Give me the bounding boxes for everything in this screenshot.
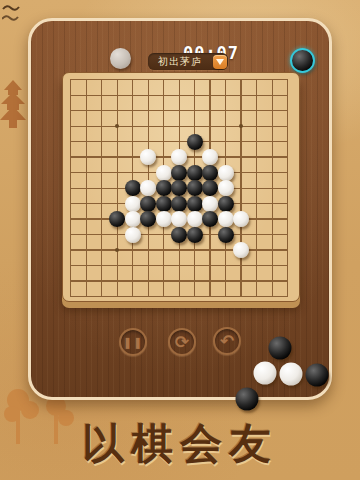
white-board-stone: [140, 180, 156, 196]
dropdown-arrow-button[interactable]: [213, 55, 227, 69]
black-board-stone: [156, 196, 172, 212]
pause-icon: ❚❚: [123, 336, 143, 349]
black-board-stone: [202, 165, 218, 181]
board-gridlines: [70, 79, 288, 297]
black-board-stone: [187, 180, 203, 196]
white-board-stone: [140, 149, 156, 165]
white-board-stone: [233, 242, 249, 258]
white-board-stone: [125, 227, 141, 243]
white-board-stone: [125, 211, 141, 227]
black-board-stone: [218, 227, 234, 243]
black-board-stone: [171, 227, 187, 243]
black-board-stone: [156, 180, 172, 196]
squiggle-decoration: [2, 3, 28, 25]
white-board-stone: [156, 165, 172, 181]
undo-button[interactable]: ↶: [213, 327, 241, 355]
star-point: [115, 124, 119, 128]
game-panel: 00:07 初出茅庐 ❚❚ ⟳ ↶: [28, 18, 332, 400]
black-board-stone: [202, 180, 218, 196]
decorative-white-stone: [254, 362, 277, 385]
white-board-stone: [171, 211, 187, 227]
stone-grid[interactable]: [63, 72, 296, 305]
black-board-stone: [202, 211, 218, 227]
page-title: 以棋会友: [0, 416, 360, 472]
star-point: [239, 124, 243, 128]
gomoku-board[interactable]: [62, 72, 300, 302]
white-board-stone: [218, 165, 234, 181]
black-board-stone: [171, 180, 187, 196]
app-screen: 00:07 初出茅庐 ❚❚ ⟳ ↶ 以棋会友: [0, 0, 360, 480]
difficulty-label: 初出茅庐: [148, 53, 212, 70]
black-player-stone-indicator-active: [290, 48, 315, 73]
white-board-stone: [218, 180, 234, 196]
decorative-black-stone: [306, 364, 329, 387]
restart-button[interactable]: ⟳: [168, 328, 196, 356]
decorative-white-stone: [280, 363, 303, 386]
black-board-stone: [171, 165, 187, 181]
decorative-black-stone: [269, 337, 292, 360]
black-board-stone: [140, 211, 156, 227]
chevron-down-icon: [216, 59, 224, 65]
difficulty-dropdown[interactable]: 初出茅庐: [148, 53, 228, 70]
pause-button[interactable]: ❚❚: [119, 328, 147, 356]
black-board-stone: [187, 227, 203, 243]
white-board-stone: [233, 211, 249, 227]
black-board-stone: [187, 134, 203, 150]
decorative-black-stone: [236, 388, 259, 411]
black-board-stone: [218, 196, 234, 212]
star-point: [115, 248, 119, 252]
white-board-stone: [187, 211, 203, 227]
white-board-stone: [156, 211, 172, 227]
black-board-stone: [125, 180, 141, 196]
white-board-stone: [218, 211, 234, 227]
white-board-stone: [171, 149, 187, 165]
restart-icon: ⟳: [175, 332, 189, 352]
white-board-stone: [202, 196, 218, 212]
black-board-stone: [140, 196, 156, 212]
white-board-stone: [202, 149, 218, 165]
pagoda-decoration: [0, 80, 26, 128]
black-board-stone: [187, 165, 203, 181]
white-player-stone-indicator: [110, 48, 131, 69]
white-board-stone: [125, 196, 141, 212]
black-board-stone: [171, 196, 187, 212]
undo-icon: ↶: [220, 331, 234, 351]
black-board-stone: [109, 211, 125, 227]
black-board-stone: [187, 196, 203, 212]
